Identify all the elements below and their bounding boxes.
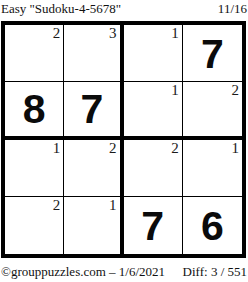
puzzle-title: Easy "Sudoku-4-5678" (1, 1, 121, 16)
difficulty-text: Diff: 3 / 551 (183, 264, 247, 279)
cell-r2c4[interactable]: 2 (183, 82, 242, 139)
cell-digit: 6 (201, 206, 224, 247)
cell-digit: 7 (201, 34, 224, 75)
cell-r3c3[interactable]: 2 (124, 140, 183, 197)
header: Easy "Sudoku-4-5678" 11/16 (1, 1, 247, 16)
cell-r4c1[interactable]: 2 (5, 197, 64, 254)
cell-r4c2[interactable]: 1 (64, 197, 123, 254)
copyright-text: ©grouppuzzles.com – 1/6/2021 (1, 264, 165, 279)
corner-mark: 2 (53, 25, 61, 41)
cell-r3c1[interactable]: 1 (5, 140, 64, 197)
cell-r2c1[interactable]: 8 (5, 82, 64, 139)
cell-r3c2[interactable]: 2 (64, 140, 123, 197)
page-number: 11/16 (218, 1, 247, 16)
cell-r4c3[interactable]: 7 (124, 197, 183, 254)
cell-r2c3[interactable]: 1 (124, 82, 183, 139)
cell-r1c2[interactable]: 3 (64, 25, 123, 82)
corner-mark: 2 (109, 140, 117, 156)
corner-mark: 2 (171, 140, 179, 156)
corner-mark: 1 (171, 25, 179, 41)
corner-mark: 1 (109, 197, 117, 213)
footer: ©grouppuzzles.com – 1/6/2021 Diff: 3 / 5… (1, 264, 247, 279)
cell-r2c2[interactable]: 7 (64, 82, 123, 139)
corner-mark: 1 (53, 140, 61, 156)
puzzle-page: Easy "Sudoku-4-5678" 11/16 2 3 1 7 8 7 (0, 0, 248, 282)
cell-digit: 8 (23, 89, 46, 130)
sudoku-board: 2 3 1 7 8 7 1 2 (1, 21, 246, 258)
cell-r4c4[interactable]: 6 (183, 197, 242, 254)
corner-mark: 2 (232, 82, 240, 98)
cell-r1c1[interactable]: 2 (5, 25, 64, 82)
cell-r1c4[interactable]: 7 (183, 25, 242, 82)
cell-r1c3[interactable]: 1 (124, 25, 183, 82)
cell-digit: 7 (141, 206, 164, 247)
cell-digit: 7 (80, 89, 103, 130)
corner-mark: 2 (53, 197, 61, 213)
corner-mark: 1 (171, 82, 179, 98)
corner-mark: 3 (109, 25, 117, 41)
corner-mark: 1 (232, 140, 240, 156)
cell-r3c4[interactable]: 1 (183, 140, 242, 197)
